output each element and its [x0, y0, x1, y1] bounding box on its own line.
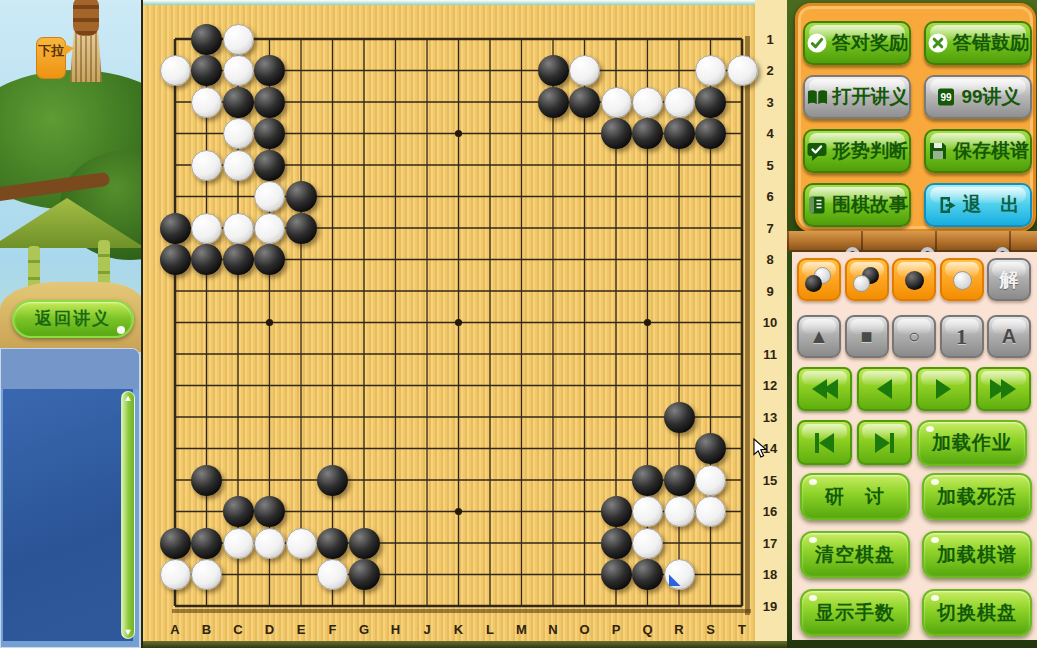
- stone-black-C3[interactable]: [223, 87, 254, 118]
- coord-letter: A: [159, 622, 191, 637]
- coord-letter: J: [411, 622, 443, 637]
- stone-black-S14[interactable]: [695, 433, 726, 464]
- stone-black-A7[interactable]: [160, 213, 191, 244]
- coord-letter: G: [348, 622, 380, 637]
- tool-button-place-black[interactable]: [892, 258, 936, 301]
- coord-number: 12: [755, 378, 785, 393]
- menu-button-bubble-check[interactable]: 形势判断: [803, 129, 911, 173]
- coord-letter: S: [695, 622, 727, 637]
- coord-letter: H: [380, 622, 412, 637]
- stone-black-P16[interactable]: [601, 496, 632, 527]
- playback-jump-row: 加载作业: [797, 420, 1027, 466]
- stone-white-S2[interactable]: [695, 55, 726, 86]
- menu-button-label: 打开讲义: [833, 84, 909, 110]
- stone-black-E6[interactable]: [286, 181, 317, 212]
- stone-white-C5[interactable]: [223, 150, 254, 181]
- marker-button-triangle-marker[interactable]: ▲: [797, 315, 841, 358]
- stone-white-S15[interactable]: [695, 465, 726, 496]
- coord-number: 10: [755, 315, 785, 330]
- stone-black-B8[interactable]: [191, 244, 222, 275]
- stone-black-R15[interactable]: [664, 465, 695, 496]
- coord-number: 5: [755, 158, 785, 173]
- stone-black-B2[interactable]: [191, 55, 222, 86]
- bottom-edge-strip: [143, 641, 787, 648]
- stone-black-P18[interactable]: [601, 559, 632, 590]
- stone-white-D6[interactable]: [254, 181, 285, 212]
- row-coordinates: 12345678910111213141516171819: [755, 23, 785, 622]
- menu-button-open-book[interactable]: 打开讲义: [803, 75, 911, 119]
- x-circle-icon: [927, 32, 949, 54]
- stone-black-B15[interactable]: [191, 465, 222, 496]
- stone-black-D16[interactable]: [254, 496, 285, 527]
- rew-icon: [812, 379, 838, 399]
- tool-button-place-white[interactable]: [940, 258, 984, 301]
- stone-black-G17[interactable]: [349, 528, 380, 559]
- clear-board-label: 清空棋盘: [815, 542, 895, 568]
- coord-letter: K: [443, 622, 475, 637]
- marker-button-circle-marker[interactable]: ○: [892, 315, 936, 358]
- marker-tools-row: ▲■○1A: [797, 315, 1031, 358]
- pull-down-tab[interactable]: 下拉: [36, 37, 66, 79]
- lecture-list-header: [1, 349, 139, 389]
- scroll-up-icon[interactable]: ▲: [124, 392, 133, 404]
- fast-forward-button[interactable]: [976, 367, 1031, 411]
- stone-white-B18[interactable]: [191, 559, 222, 590]
- load-homework-label: 加载作业: [932, 430, 1012, 456]
- tool-button-answer[interactable]: 解: [987, 258, 1031, 301]
- answer-label: 解: [1000, 267, 1019, 293]
- column-coordinates: ABCDEFGHJKLMNOPQRST: [159, 622, 758, 637]
- scrollbar[interactable]: ▲ ▼: [121, 391, 135, 639]
- open-book-icon: [806, 87, 829, 108]
- ff-icon: [990, 379, 1016, 399]
- menu-grid: 答对奖励答错鼓励打开讲义9999讲义形势判断保存棋谱围棋故事退 出: [803, 21, 1032, 227]
- board-grid[interactable]: [159, 23, 758, 622]
- control-section: 答对奖励答错鼓励打开讲义9999讲义形势判断保存棋谱围棋故事退 出 解 ▲■○1…: [787, 0, 1037, 648]
- stone-black-A8[interactable]: [160, 244, 191, 275]
- tool-button-alternate-white-first[interactable]: [845, 258, 889, 301]
- bubble-check-icon: [806, 140, 828, 162]
- lecture-list-panel: ▲ ▼: [0, 348, 140, 648]
- coord-number: 14: [755, 441, 785, 456]
- coord-letter: B: [191, 622, 223, 637]
- stone-white-C4[interactable]: [223, 118, 254, 149]
- stone-black-N2[interactable]: [538, 55, 569, 86]
- playback-row: [797, 367, 1031, 411]
- letter-marker-icon: A: [1002, 325, 1016, 348]
- stone-white-R16[interactable]: [664, 496, 695, 527]
- coord-number: 18: [755, 567, 785, 582]
- stone-white-Q16[interactable]: [632, 496, 663, 527]
- stone-white-R3[interactable]: [664, 87, 695, 118]
- button-shine: [117, 326, 125, 334]
- stone-black-O3[interactable]: [569, 87, 600, 118]
- tassel-decoration: [70, 0, 102, 86]
- scroll-down-icon[interactable]: ▼: [124, 626, 133, 638]
- svg-text:99: 99: [941, 92, 953, 103]
- stone-black-D3[interactable]: [254, 87, 285, 118]
- stone-white-R18-marked[interactable]: [664, 559, 695, 590]
- place-black-icon: [899, 265, 929, 295]
- stone-black-A17[interactable]: [160, 528, 191, 559]
- fast-rewind-button[interactable]: [797, 367, 852, 411]
- back-to-lecture-label: 返回讲义: [35, 309, 111, 328]
- stone-white-C7[interactable]: [223, 213, 254, 244]
- coord-number: 1: [755, 32, 785, 47]
- stone-white-P3[interactable]: [601, 87, 632, 118]
- alternate-black-first-icon: [804, 265, 834, 295]
- stone-black-G18[interactable]: [349, 559, 380, 590]
- marker-button-letter-marker[interactable]: A: [987, 315, 1031, 358]
- tools-panel: 解 ▲■○1A 加载作业 研 讨加载死活清空棋盘加载棋谱显示手数切换棋盘: [792, 252, 1037, 640]
- menu-button-label: 退 出: [963, 192, 1020, 218]
- coord-number: 4: [755, 126, 785, 141]
- square-marker-icon: ■: [860, 325, 872, 348]
- stone-white-B5[interactable]: [191, 150, 222, 181]
- coord-number: 19: [755, 599, 785, 614]
- jump-to-end-button[interactable]: [857, 420, 912, 465]
- load-life-death-label: 加载死活: [937, 484, 1017, 510]
- tool-button-alternate-black-first[interactable]: [797, 258, 841, 301]
- load-record-label: 加载棋谱: [937, 542, 1017, 568]
- circle-marker-icon: ○: [908, 325, 920, 348]
- stone-white-F18[interactable]: [317, 559, 348, 590]
- sidebar-scene: 下拉 返回讲义 ▲ ▼: [0, 0, 143, 648]
- stone-black-C8[interactable]: [223, 244, 254, 275]
- stone-black-C16[interactable]: [223, 496, 254, 527]
- load-life-death-button[interactable]: 加载死活: [922, 473, 1032, 520]
- menu-button-label: 围棋故事: [832, 192, 908, 218]
- coord-letter: Q: [632, 622, 664, 637]
- clear-board-button[interactable]: 清空棋盘: [800, 531, 910, 578]
- story-book-icon: [806, 194, 828, 216]
- stone-black-Q15[interactable]: [632, 465, 663, 496]
- load-homework-button[interactable]: 加载作业: [917, 420, 1027, 466]
- end-icon: [875, 433, 894, 453]
- actions-grid: 研 讨加载死活清空棋盘加载棋谱显示手数切换棋盘: [800, 473, 1032, 636]
- step-forward-button[interactable]: [916, 367, 971, 411]
- coord-letter: C: [222, 622, 254, 637]
- stone-white-O2[interactable]: [569, 55, 600, 86]
- book-99-icon: 99: [935, 86, 957, 108]
- triangle-marker-icon: ▲: [809, 325, 829, 348]
- stone-black-D4[interactable]: [254, 118, 285, 149]
- fwd-icon: [936, 379, 951, 399]
- coord-letter: E: [285, 622, 317, 637]
- stone-white-E17[interactable]: [286, 528, 317, 559]
- floppy-disk-icon: [927, 140, 949, 162]
- switch-board-button[interactable]: 切换棋盘: [922, 589, 1032, 636]
- stone-black-D2[interactable]: [254, 55, 285, 86]
- menu-button-label: 答错鼓励: [953, 30, 1029, 56]
- start-icon: [815, 433, 834, 453]
- stone-black-D8[interactable]: [254, 244, 285, 275]
- coord-letter: F: [317, 622, 349, 637]
- stone-black-P17[interactable]: [601, 528, 632, 559]
- stone-white-A18[interactable]: [160, 559, 191, 590]
- coord-letter: P: [600, 622, 632, 637]
- stone-white-T2[interactable]: [727, 55, 758, 86]
- menu-button-exit-door[interactable]: 退 出: [924, 183, 1032, 227]
- coord-letter: D: [254, 622, 286, 637]
- exit-door-icon: [937, 194, 959, 216]
- stone-white-B7[interactable]: [191, 213, 222, 244]
- menu-button-label: 99讲义: [961, 84, 1020, 110]
- coord-letter: L: [474, 622, 506, 637]
- stone-black-Q18[interactable]: [632, 559, 663, 590]
- coord-number: 9: [755, 284, 785, 299]
- stone-black-D5[interactable]: [254, 150, 285, 181]
- step-back-button[interactable]: [857, 367, 912, 411]
- menu-button-label: 形势判断: [832, 138, 908, 164]
- menu-button-story-book[interactable]: 围棋故事: [803, 183, 911, 227]
- go-board[interactable]: ABCDEFGHJKLMNOPQRST 12345678910111213141…: [143, 0, 787, 648]
- menu-button-label: 答对奖励: [832, 30, 908, 56]
- coord-number: 3: [755, 95, 785, 110]
- back-to-lecture-button[interactable]: 返回讲义: [12, 300, 134, 338]
- coord-letter: N: [537, 622, 569, 637]
- stone-black-B17[interactable]: [191, 528, 222, 559]
- stone-black-Q4[interactable]: [632, 118, 663, 149]
- discuss-button[interactable]: 研 讨: [800, 473, 910, 520]
- check-circle-icon: [806, 32, 828, 54]
- coord-number: 8: [755, 252, 785, 267]
- show-move-numbers-button[interactable]: 显示手数: [800, 589, 910, 636]
- switch-board-label: 切换棋盘: [937, 600, 1017, 626]
- coord-number: 13: [755, 410, 785, 425]
- coord-number: 11: [755, 347, 785, 362]
- coord-letter: O: [569, 622, 601, 637]
- stone-white-B3[interactable]: [191, 87, 222, 118]
- stone-black-B1[interactable]: [191, 24, 222, 55]
- place-white-icon: [947, 265, 977, 295]
- menu-button-check-circle[interactable]: 答对奖励: [803, 21, 911, 65]
- stone-black-N3[interactable]: [538, 87, 569, 118]
- coord-number: 2: [755, 63, 785, 78]
- stone-white-C2[interactable]: [223, 55, 254, 86]
- alternate-white-first-icon: [852, 265, 882, 295]
- menu-panel: 答对奖励答错鼓励打开讲义9999讲义形势判断保存棋谱围棋故事退 出: [795, 3, 1036, 232]
- marker-button-square-marker[interactable]: ■: [845, 315, 889, 358]
- back-icon: [877, 379, 892, 399]
- stone-black-R4[interactable]: [664, 118, 695, 149]
- go-teaching-app: 下拉 返回讲义 ▲ ▼ ABCDEFGHJKLMNOPQRST 12345678…: [0, 0, 1037, 648]
- coord-letter: M: [506, 622, 538, 637]
- stone-black-S3[interactable]: [695, 87, 726, 118]
- coord-letter: T: [726, 622, 758, 637]
- menu-button-floppy-disk[interactable]: 保存棋谱: [924, 129, 1032, 173]
- stone-white-C1[interactable]: [223, 24, 254, 55]
- stone-white-C17[interactable]: [223, 528, 254, 559]
- lecture-list-body: [3, 389, 133, 641]
- menu-button-book-99[interactable]: 9999讲义: [924, 75, 1032, 119]
- marker-button-number-marker[interactable]: 1: [940, 315, 984, 358]
- menu-button-label: 保存棋谱: [953, 138, 1029, 164]
- stone-white-D7[interactable]: [254, 213, 285, 244]
- number-marker-icon: 1: [956, 324, 967, 350]
- coord-number: 6: [755, 189, 785, 204]
- discuss-label: 研 讨: [825, 484, 885, 510]
- coord-number: 16: [755, 504, 785, 519]
- stone-black-E7[interactable]: [286, 213, 317, 244]
- menu-button-x-circle[interactable]: 答错鼓励: [924, 21, 1032, 65]
- load-record-button[interactable]: 加载棋谱: [922, 531, 1032, 578]
- stone-black-S4[interactable]: [695, 118, 726, 149]
- jump-to-start-button[interactable]: [797, 420, 852, 465]
- stone-white-A2[interactable]: [160, 55, 191, 86]
- stone-black-F17[interactable]: [317, 528, 348, 559]
- stone-black-R13[interactable]: [664, 402, 695, 433]
- coord-letter: R: [663, 622, 695, 637]
- stone-white-D17[interactable]: [254, 528, 285, 559]
- stone-tools-row: 解: [797, 258, 1031, 301]
- coord-number: 7: [755, 221, 785, 236]
- stone-white-Q17[interactable]: [632, 528, 663, 559]
- stone-white-S16[interactable]: [695, 496, 726, 527]
- stone-black-F15[interactable]: [317, 465, 348, 496]
- coord-number: 15: [755, 473, 785, 488]
- coord-number: 17: [755, 536, 785, 551]
- stone-white-Q3[interactable]: [632, 87, 663, 118]
- show-move-numbers-label: 显示手数: [815, 600, 895, 626]
- stone-black-P4[interactable]: [601, 118, 632, 149]
